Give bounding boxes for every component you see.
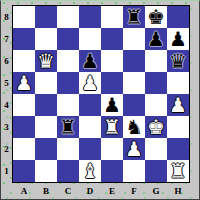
square-e3[interactable]: ♜: [101, 116, 123, 138]
square-a1[interactable]: [13, 160, 35, 182]
square-h8[interactable]: [167, 6, 189, 28]
black-pawn-d6[interactable]: ♟: [81, 50, 99, 72]
square-c8[interactable]: [57, 6, 79, 28]
square-f5[interactable]: [123, 72, 145, 94]
file-label-a: A: [13, 184, 35, 197]
rank-label-2: 2: [1, 138, 12, 160]
white-pawn-h4[interactable]: ♟: [169, 94, 187, 116]
square-g1[interactable]: [145, 160, 167, 182]
square-d8[interactable]: [79, 6, 101, 28]
square-g5[interactable]: [145, 72, 167, 94]
square-f1[interactable]: [123, 160, 145, 182]
chess-board: ♜♚♟♟♛♟♛♟♟♟♟♜♜♞♚♟♝♜: [12, 5, 190, 183]
square-h1[interactable]: ♜: [167, 160, 189, 182]
square-f3[interactable]: ♞: [123, 116, 145, 138]
rank-label-6: 6: [1, 50, 12, 72]
square-d1[interactable]: ♝: [79, 160, 101, 182]
square-b3[interactable]: [35, 116, 57, 138]
square-d3[interactable]: [79, 116, 101, 138]
white-pawn-d5[interactable]: ♟: [81, 72, 99, 94]
square-e4[interactable]: ♟: [101, 94, 123, 116]
chess-diagram-frame: 87654321 ♜♚♟♟♛♟♛♟♟♟♟♜♜♞♚♟♝♜ ABCDEFGH: [0, 0, 200, 200]
square-d7[interactable]: [79, 28, 101, 50]
rank-labels: 87654321: [1, 6, 12, 182]
black-pawn-h7[interactable]: ♟: [169, 28, 187, 50]
square-f2[interactable]: ♟: [123, 138, 145, 160]
white-king-g3[interactable]: ♚: [147, 116, 165, 138]
square-b2[interactable]: [35, 138, 57, 160]
black-pawn-g7[interactable]: ♟: [147, 28, 165, 50]
file-label-f: F: [123, 184, 145, 197]
file-label-d: D: [79, 184, 101, 197]
square-b4[interactable]: [35, 94, 57, 116]
square-b1[interactable]: [35, 160, 57, 182]
white-pawn-f2[interactable]: ♟: [125, 138, 143, 160]
white-queen-b6[interactable]: ♛: [37, 50, 55, 72]
square-b8[interactable]: [35, 6, 57, 28]
square-b7[interactable]: [35, 28, 57, 50]
file-label-e: E: [101, 184, 123, 197]
rank-label-7: 7: [1, 28, 12, 50]
file-label-g: G: [145, 184, 167, 197]
square-c2[interactable]: [57, 138, 79, 160]
square-a3[interactable]: [13, 116, 35, 138]
square-a2[interactable]: [13, 138, 35, 160]
square-e6[interactable]: [101, 50, 123, 72]
rank-label-3: 3: [1, 116, 12, 138]
square-h2[interactable]: [167, 138, 189, 160]
square-g2[interactable]: [145, 138, 167, 160]
rank-label-8: 8: [1, 6, 12, 28]
black-rook-f8[interactable]: ♜: [125, 6, 143, 28]
square-b6[interactable]: ♛: [35, 50, 57, 72]
square-g8[interactable]: ♚: [145, 6, 167, 28]
square-e5[interactable]: [101, 72, 123, 94]
square-d2[interactable]: [79, 138, 101, 160]
square-h3[interactable]: [167, 116, 189, 138]
square-f7[interactable]: [123, 28, 145, 50]
square-a5[interactable]: ♟: [13, 72, 35, 94]
file-label-b: B: [35, 184, 57, 197]
square-h4[interactable]: ♟: [167, 94, 189, 116]
square-a6[interactable]: [13, 50, 35, 72]
rank-label-5: 5: [1, 72, 12, 94]
black-knight-f3[interactable]: ♞: [125, 116, 143, 138]
square-e8[interactable]: [101, 6, 123, 28]
square-f4[interactable]: [123, 94, 145, 116]
rank-label-1: 1: [1, 160, 12, 182]
square-g6[interactable]: [145, 50, 167, 72]
square-c1[interactable]: [57, 160, 79, 182]
square-a7[interactable]: [13, 28, 35, 50]
square-d5[interactable]: ♟: [79, 72, 101, 94]
square-d6[interactable]: ♟: [79, 50, 101, 72]
square-e2[interactable]: [101, 138, 123, 160]
file-labels: ABCDEFGH: [13, 184, 189, 197]
white-bishop-d1[interactable]: ♝: [81, 160, 99, 182]
square-h5[interactable]: [167, 72, 189, 94]
rank-label-4: 4: [1, 94, 12, 116]
square-c7[interactable]: [57, 28, 79, 50]
square-f6[interactable]: [123, 50, 145, 72]
black-rook-c3[interactable]: ♜: [59, 116, 77, 138]
square-g7[interactable]: ♟: [145, 28, 167, 50]
black-pawn-e4[interactable]: ♟: [103, 94, 121, 116]
square-c4[interactable]: [57, 94, 79, 116]
square-e1[interactable]: [101, 160, 123, 182]
square-g4[interactable]: [145, 94, 167, 116]
square-b5[interactable]: [35, 72, 57, 94]
square-d4[interactable]: [79, 94, 101, 116]
file-label-c: C: [57, 184, 79, 197]
square-a4[interactable]: [13, 94, 35, 116]
square-h6[interactable]: ♛: [167, 50, 189, 72]
square-f8[interactable]: ♜: [123, 6, 145, 28]
square-c5[interactable]: [57, 72, 79, 94]
square-c6[interactable]: [57, 50, 79, 72]
white-pawn-a5[interactable]: ♟: [15, 72, 33, 94]
white-rook-h1[interactable]: ♜: [169, 160, 187, 182]
square-g3[interactable]: ♚: [145, 116, 167, 138]
file-label-h: H: [167, 184, 189, 197]
square-e7[interactable]: [101, 28, 123, 50]
square-c3[interactable]: ♜: [57, 116, 79, 138]
white-rook-e3[interactable]: ♜: [103, 116, 121, 138]
square-h7[interactable]: ♟: [167, 28, 189, 50]
black-king-g8[interactable]: ♚: [147, 6, 165, 28]
black-queen-h6[interactable]: ♛: [169, 50, 187, 72]
square-a8[interactable]: [13, 6, 35, 28]
